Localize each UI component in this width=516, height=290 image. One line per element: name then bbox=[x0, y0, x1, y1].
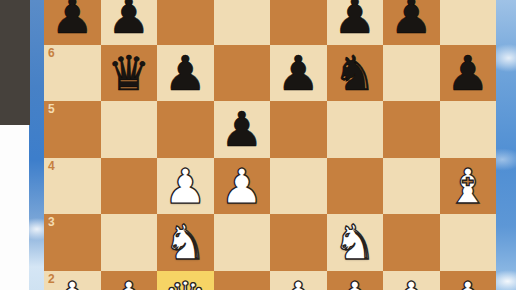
square-g5[interactable] bbox=[383, 101, 440, 158]
black-pawn: ♟ bbox=[277, 45, 320, 101]
square-h4[interactable]: ♝ bbox=[440, 158, 497, 215]
square-b2[interactable]: ♟ bbox=[101, 271, 158, 290]
left-dark-panel bbox=[0, 0, 30, 125]
square-b6[interactable]: ♛ bbox=[101, 45, 158, 102]
square-h3[interactable] bbox=[440, 214, 497, 271]
square-h6[interactable]: ♟ bbox=[440, 45, 497, 102]
left-white-panel bbox=[0, 125, 29, 290]
square-c3[interactable]: ♞ bbox=[157, 214, 214, 271]
square-f5[interactable] bbox=[327, 101, 384, 158]
square-c7[interactable] bbox=[157, 0, 214, 45]
square-h7[interactable] bbox=[440, 0, 497, 45]
chess-board: 7♟♟♟♟6♛♟♟♞♟5♟4♟♟♝3♞♞2♟♟♛♟♟♟♟ bbox=[44, 0, 496, 290]
black-pawn: ♟ bbox=[446, 45, 489, 101]
square-c2[interactable]: ♛ bbox=[157, 271, 214, 290]
square-a2[interactable]: 2♟ bbox=[44, 271, 101, 290]
square-d5[interactable]: ♟ bbox=[214, 101, 271, 158]
white-pawn: ♟ bbox=[333, 271, 376, 290]
video-frame: 7♟♟♟♟6♛♟♟♞♟5♟4♟♟♝3♞♞2♟♟♛♟♟♟♟ bbox=[0, 0, 516, 290]
black-pawn: ♟ bbox=[164, 45, 207, 101]
square-g7[interactable]: ♟ bbox=[383, 0, 440, 45]
sky-background-right bbox=[495, 0, 516, 290]
square-a7[interactable]: 7♟ bbox=[44, 0, 101, 45]
black-pawn: ♟ bbox=[51, 0, 94, 44]
square-e2[interactable]: ♟ bbox=[270, 271, 327, 290]
white-queen: ♛ bbox=[164, 271, 207, 290]
black-pawn: ♟ bbox=[220, 101, 263, 157]
white-knight: ♞ bbox=[333, 214, 376, 270]
rank-label-3: 3 bbox=[48, 215, 55, 229]
rank-label-6: 6 bbox=[48, 46, 55, 60]
square-h5[interactable] bbox=[440, 101, 497, 158]
square-f3[interactable]: ♞ bbox=[327, 214, 384, 271]
square-a6[interactable]: 6 bbox=[44, 45, 101, 102]
rank-label-5: 5 bbox=[48, 102, 55, 116]
square-d2[interactable] bbox=[214, 271, 271, 290]
square-g3[interactable] bbox=[383, 214, 440, 271]
black-pawn: ♟ bbox=[390, 0, 433, 44]
square-e5[interactable] bbox=[270, 101, 327, 158]
white-knight: ♞ bbox=[164, 214, 207, 270]
white-bishop: ♝ bbox=[446, 158, 489, 214]
square-g2[interactable]: ♟ bbox=[383, 271, 440, 290]
white-pawn: ♟ bbox=[107, 271, 150, 290]
black-queen: ♛ bbox=[107, 45, 150, 101]
white-pawn: ♟ bbox=[164, 158, 207, 214]
square-d4[interactable]: ♟ bbox=[214, 158, 271, 215]
square-b7[interactable]: ♟ bbox=[101, 0, 158, 45]
square-d3[interactable] bbox=[214, 214, 271, 271]
white-pawn: ♟ bbox=[277, 271, 320, 290]
square-e7[interactable] bbox=[270, 0, 327, 45]
square-a3[interactable]: 3 bbox=[44, 214, 101, 271]
square-f7[interactable]: ♟ bbox=[327, 0, 384, 45]
black-pawn: ♟ bbox=[107, 0, 150, 44]
square-c5[interactable] bbox=[157, 101, 214, 158]
white-pawn: ♟ bbox=[390, 271, 433, 290]
square-d7[interactable] bbox=[214, 0, 271, 45]
square-b5[interactable] bbox=[101, 101, 158, 158]
square-f2[interactable]: ♟ bbox=[327, 271, 384, 290]
square-c6[interactable]: ♟ bbox=[157, 45, 214, 102]
square-a4[interactable]: 4 bbox=[44, 158, 101, 215]
square-h2[interactable]: ♟ bbox=[440, 271, 497, 290]
square-g4[interactable] bbox=[383, 158, 440, 215]
rank-label-2: 2 bbox=[48, 272, 55, 286]
square-g6[interactable] bbox=[383, 45, 440, 102]
square-b3[interactable] bbox=[101, 214, 158, 271]
black-knight: ♞ bbox=[333, 45, 376, 101]
white-pawn: ♟ bbox=[446, 271, 489, 290]
square-e3[interactable] bbox=[270, 214, 327, 271]
square-b4[interactable] bbox=[101, 158, 158, 215]
white-pawn: ♟ bbox=[51, 271, 94, 290]
square-f4[interactable] bbox=[327, 158, 384, 215]
square-c4[interactable]: ♟ bbox=[157, 158, 214, 215]
square-d6[interactable] bbox=[214, 45, 271, 102]
square-e6[interactable]: ♟ bbox=[270, 45, 327, 102]
square-a5[interactable]: 5 bbox=[44, 101, 101, 158]
black-pawn: ♟ bbox=[333, 0, 376, 44]
rank-label-4: 4 bbox=[48, 159, 55, 173]
white-pawn: ♟ bbox=[220, 158, 263, 214]
square-e4[interactable] bbox=[270, 158, 327, 215]
rank-label-7: 7 bbox=[48, 0, 55, 3]
square-f6[interactable]: ♞ bbox=[327, 45, 384, 102]
